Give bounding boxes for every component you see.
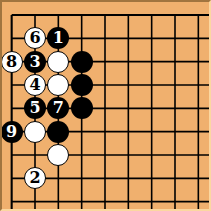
board-intersection [47,143,70,166]
board-intersection [70,73,93,96]
board-intersection [47,73,70,96]
white-stone [47,144,69,166]
board-intersection [70,50,93,73]
board-intersection: 7 [47,97,70,120]
board-intersection: 2 [23,167,46,190]
board-intersection: 3 [23,50,46,73]
board-intersection: 8 [0,50,23,73]
black-stone-move-5: 5 [24,97,46,119]
board-intersection: 1 [47,27,70,50]
board-intersection: 9 [0,120,23,143]
go-board: 618345792 [0,0,211,211]
black-stone-move-9: 9 [1,121,23,143]
white-stone-move-8: 8 [1,51,23,73]
black-stone-move-7: 7 [47,97,69,119]
white-stone [47,51,69,73]
board-intersection [23,120,46,143]
white-stone-move-6: 6 [24,27,46,49]
black-stone [71,97,93,119]
black-stone [71,51,93,73]
black-stone [71,74,93,96]
board-intersection: 5 [23,97,46,120]
black-stone [47,121,69,143]
white-stone [47,74,69,96]
board-intersection: 6 [23,27,46,50]
white-stone [24,121,46,143]
board-intersection [70,97,93,120]
black-stone-move-1: 1 [47,27,69,49]
white-stone-move-4: 4 [24,74,46,96]
stones-layer: 618345792 [0,3,210,211]
board-intersection [47,50,70,73]
board-intersection [47,120,70,143]
board-intersection: 4 [23,73,46,96]
black-stone-move-3: 3 [24,51,46,73]
white-stone-move-2: 2 [24,167,46,189]
